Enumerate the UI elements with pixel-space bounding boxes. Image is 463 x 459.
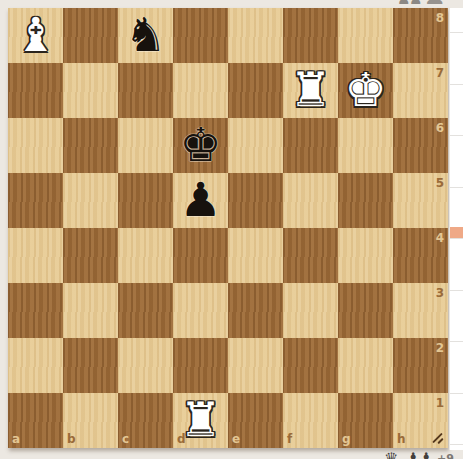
square-g2[interactable]	[338, 338, 393, 393]
square-b7[interactable]	[63, 63, 118, 118]
square-c7[interactable]	[118, 63, 173, 118]
square-b8[interactable]	[63, 8, 118, 63]
material-advantage-label: +9	[437, 452, 454, 459]
move-list-row-divider	[450, 393, 463, 394]
piece-black-knight[interactable]: ♞	[118, 8, 173, 63]
square-c1[interactable]	[118, 393, 173, 448]
piece-white-rook[interactable]: ♜	[283, 63, 338, 118]
square-c8[interactable]: ♞	[118, 8, 173, 63]
square-a7[interactable]	[8, 63, 63, 118]
move-list-row-divider	[450, 32, 463, 33]
square-g5[interactable]	[338, 173, 393, 228]
square-g8[interactable]	[338, 8, 393, 63]
square-a5[interactable]	[8, 173, 63, 228]
square-d5[interactable]: ♟	[173, 173, 228, 228]
piece-black-king[interactable]: ♚	[173, 118, 228, 173]
square-a8[interactable]: ♝	[8, 8, 63, 63]
move-list-row-divider	[450, 341, 463, 342]
piece-white-king[interactable]: ♚	[338, 63, 393, 118]
captured-pawn-icon: ♟	[409, 0, 422, 7]
square-f7[interactable]: ♜	[283, 63, 338, 118]
square-d4[interactable]	[173, 228, 228, 283]
square-g1[interactable]	[338, 393, 393, 448]
captured-pieces-top-row: ♟♟♟	[0, 0, 463, 8]
move-list-highlighted-row[interactable]	[450, 227, 463, 238]
square-h3[interactable]	[393, 283, 448, 338]
square-e1[interactable]	[228, 393, 283, 448]
captured-pawn-icon: ♟	[419, 451, 433, 459]
square-a6[interactable]	[8, 118, 63, 173]
square-b3[interactable]	[63, 283, 118, 338]
square-b4[interactable]	[63, 228, 118, 283]
square-g4[interactable]	[338, 228, 393, 283]
captured-queen-icon: ♛	[384, 451, 398, 459]
square-e3[interactable]	[228, 283, 283, 338]
square-h2[interactable]	[393, 338, 448, 393]
square-h6[interactable]	[393, 118, 448, 173]
square-h7[interactable]	[393, 63, 448, 118]
square-d2[interactable]	[173, 338, 228, 393]
move-list-row-divider	[450, 290, 463, 291]
square-f5[interactable]	[283, 173, 338, 228]
square-a4[interactable]	[8, 228, 63, 283]
square-e2[interactable]	[228, 338, 283, 393]
move-list-row-divider	[450, 84, 463, 85]
square-b2[interactable]	[63, 338, 118, 393]
square-d1[interactable]: ♜	[173, 393, 228, 448]
square-c3[interactable]	[118, 283, 173, 338]
square-a2[interactable]	[8, 338, 63, 393]
square-c2[interactable]	[118, 338, 173, 393]
square-f1[interactable]	[283, 393, 338, 448]
piece-white-bishop[interactable]: ♝	[8, 8, 63, 63]
square-d7[interactable]	[173, 63, 228, 118]
square-d6[interactable]: ♚	[173, 118, 228, 173]
piece-black-pawn[interactable]: ♟	[173, 173, 228, 228]
board-resize-handle[interactable]	[431, 430, 445, 444]
move-list-row-divider	[450, 238, 463, 239]
captured-piece-icon: ♟	[423, 0, 446, 7]
chess-app-page: ♟♟♟ ♝♞♜♚♚♟♜abcdefgh12345678 +9 ♛♟♟	[0, 0, 463, 459]
square-e6[interactable]	[228, 118, 283, 173]
square-h4[interactable]	[393, 228, 448, 283]
square-f2[interactable]	[283, 338, 338, 393]
square-b5[interactable]	[63, 173, 118, 228]
square-a3[interactable]	[8, 283, 63, 338]
square-e8[interactable]	[228, 8, 283, 63]
square-g6[interactable]	[338, 118, 393, 173]
move-list-row-divider	[450, 135, 463, 136]
square-f4[interactable]	[283, 228, 338, 283]
square-g3[interactable]	[338, 283, 393, 338]
square-h5[interactable]	[393, 173, 448, 228]
square-g7[interactable]: ♚	[338, 63, 393, 118]
captured-pieces-bottom-row: +9 ♛♟♟	[0, 450, 463, 459]
square-f3[interactable]	[283, 283, 338, 338]
square-e4[interactable]	[228, 228, 283, 283]
square-f6[interactable]	[283, 118, 338, 173]
chess-board[interactable]: ♝♞♜♚♚♟♜abcdefgh12345678	[8, 8, 448, 448]
move-list-row-divider	[450, 187, 463, 188]
square-f8[interactable]	[283, 8, 338, 63]
move-list-row-divider	[450, 444, 463, 445]
piece-white-rook[interactable]: ♜	[173, 393, 228, 448]
square-d8[interactable]	[173, 8, 228, 63]
square-h8[interactable]	[393, 8, 448, 63]
square-c6[interactable]	[118, 118, 173, 173]
square-b6[interactable]	[63, 118, 118, 173]
square-c5[interactable]	[118, 173, 173, 228]
square-a1[interactable]	[8, 393, 63, 448]
square-b1[interactable]	[63, 393, 118, 448]
square-e7[interactable]	[228, 63, 283, 118]
move-list-panel	[449, 8, 463, 450]
square-e5[interactable]	[228, 173, 283, 228]
square-c4[interactable]	[118, 228, 173, 283]
square-d3[interactable]	[173, 283, 228, 338]
